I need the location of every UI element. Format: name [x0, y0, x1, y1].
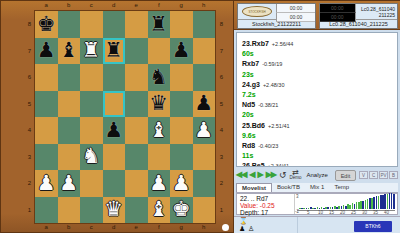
- square-g7[interactable]: ♟: [170, 38, 193, 65]
- file-label-h: h: [193, 2, 216, 8]
- square-a5[interactable]: [35, 91, 58, 118]
- file-label-f: f: [148, 224, 171, 230]
- white-pawn-h4[interactable]: ♟: [194, 120, 213, 141]
- square-a8[interactable]: ♚: [35, 11, 58, 38]
- square-c8[interactable]: [80, 11, 103, 38]
- turn-indicator-area: ⌛ ♟ ♙: [238, 217, 298, 233]
- move-list[interactable]: 23.Rxb7+2.56/4460sRxb7-0.59/1923s24.g3+2…: [236, 32, 398, 167]
- square-b1[interactable]: [58, 197, 81, 224]
- square-e2[interactable]: [125, 170, 148, 197]
- evaluation-info-box: 22. .. Rd7 Value: -0.25 Depth: 17 3 -2 5…: [236, 193, 398, 215]
- black-king-a8[interactable]: ♚: [37, 14, 56, 35]
- lc0-clock-top: 00:00: [320, 4, 356, 13]
- demo-label: Demo: [289, 176, 301, 181]
- tab-mix-1[interactable]: Mix 1: [305, 183, 329, 192]
- square-e8[interactable]: [125, 11, 148, 38]
- eval-value-label: Value: -0.25: [240, 202, 294, 209]
- square-h5[interactable]: ♟: [193, 91, 216, 118]
- square-a4[interactable]: [35, 117, 58, 144]
- square-c6[interactable]: [80, 64, 103, 91]
- file-label-d: d: [103, 2, 126, 8]
- square-g1[interactable]: ♚: [170, 197, 193, 224]
- file-label-g: g: [170, 224, 193, 230]
- forward-button[interactable]: ▶: [257, 169, 262, 181]
- white-pawn-f2[interactable]: ♟: [149, 173, 168, 194]
- time-entry: 7.2s: [242, 87, 397, 97]
- board-resize-handle[interactable]: [222, 224, 229, 231]
- rank-label-2: 2: [217, 170, 226, 197]
- time-entry: 9.6s: [242, 128, 397, 138]
- square-e3[interactable]: [125, 144, 148, 171]
- skip-to-end-button[interactable]: ▶▶: [266, 169, 276, 181]
- file-label-b: b: [58, 2, 81, 8]
- move-entry[interactable]: 23.Rxb7+2.56/44: [242, 36, 397, 46]
- square-c3[interactable]: ♞: [80, 144, 103, 171]
- square-g6[interactable]: [170, 64, 193, 91]
- square-a6[interactable]: [35, 64, 58, 91]
- black-knight-f6[interactable]: ♞: [149, 67, 168, 88]
- square-b4[interactable]: [58, 117, 81, 144]
- rank-label-5: 5: [25, 91, 34, 118]
- square-b5[interactable]: [58, 91, 81, 118]
- white-pawn-b2[interactable]: ♟: [59, 173, 78, 194]
- tab-movelist[interactable]: Movelist: [236, 183, 272, 192]
- stockfish-clock-top: 00:00: [276, 4, 315, 13]
- rank-label-3: 3: [217, 144, 226, 171]
- rank-label-3: 3: [25, 144, 34, 171]
- move-text[interactable]: 26.Be5: [242, 162, 265, 167]
- square-d8[interactable]: [103, 11, 126, 38]
- square-h6[interactable]: [193, 64, 216, 91]
- move-entry[interactable]: Nd5-0.38/21: [242, 97, 397, 107]
- file-label-a: a: [35, 2, 58, 8]
- rank-label-2: 2: [25, 170, 34, 197]
- x-tick-10: 10: [318, 210, 323, 215]
- time-entry: 23s: [242, 67, 397, 77]
- square-h3[interactable]: [193, 144, 216, 171]
- square-a7[interactable]: ♟: [35, 38, 58, 65]
- file-label-f: f: [148, 2, 171, 8]
- square-g2[interactable]: ♟: [170, 170, 193, 197]
- engine-plate-stockfish: STOCKFISH 00:00 00:00 Stockfish_21122211: [237, 3, 316, 29]
- square-d6[interactable]: [103, 64, 126, 91]
- x-tick-40: 40: [384, 210, 389, 215]
- square-h4[interactable]: ♟: [193, 117, 216, 144]
- mini-button-b[interactable]: B: [389, 171, 398, 179]
- square-b8[interactable]: [58, 11, 81, 38]
- chess-gui-window: abcdefgh abcdefgh 87654321 87654321 ♚♜♟♝…: [0, 0, 400, 233]
- square-f8[interactable]: ♜: [148, 11, 171, 38]
- navigation-toolbar: ◀◀ ◀ ▶ ▶▶ ↺ ⇄ Demo Analyze Edit VCPVB: [236, 168, 398, 182]
- square-d5[interactable]: [103, 91, 126, 118]
- move-entry[interactable]: 26.Be5+2.34/41: [242, 158, 397, 167]
- white-pawn-icon: ♙: [248, 225, 254, 233]
- black-rook-d7[interactable]: ♜: [104, 40, 123, 61]
- white-bishop-f1[interactable]: ♝: [149, 199, 168, 220]
- edit-button[interactable]: Edit: [335, 170, 356, 181]
- square-d3[interactable]: [103, 144, 126, 171]
- square-d4[interactable]: ♟: [103, 117, 126, 144]
- square-e6[interactable]: [125, 64, 148, 91]
- analysis-panel: STOCKFISH 00:00 00:00 Stockfish_21122211…: [234, 0, 400, 233]
- square-b3[interactable]: [58, 144, 81, 171]
- rotate-icon[interactable]: ↺: [279, 169, 287, 181]
- black-pawn-h5[interactable]: ♟: [194, 93, 213, 114]
- white-pawn-g2[interactable]: ♟: [172, 173, 191, 194]
- move-entry[interactable]: 25.Bd6+2.51/41: [242, 118, 397, 128]
- rank-label-7: 7: [25, 38, 34, 65]
- status-footer: ⌛ ♟ ♙ BTKh6: [234, 216, 400, 233]
- file-label-e: e: [125, 224, 148, 230]
- square-b7[interactable]: ♝: [58, 38, 81, 65]
- rank-labels-left: 87654321: [25, 11, 34, 223]
- square-h7[interactable]: [193, 38, 216, 65]
- square-g8[interactable]: [170, 11, 193, 38]
- rank-label-6: 6: [25, 64, 34, 91]
- square-c4[interactable]: [80, 117, 103, 144]
- x-tick-20: 20: [340, 210, 345, 215]
- square-a3[interactable]: [35, 144, 58, 171]
- rank-label-6: 6: [217, 64, 226, 91]
- square-f6[interactable]: ♞: [148, 64, 171, 91]
- rank-label-1: 1: [217, 197, 226, 224]
- file-label-c: c: [80, 2, 103, 8]
- black-pawn-d4[interactable]: ♟: [104, 120, 123, 141]
- graph-bars: [299, 193, 395, 209]
- rank-label-4: 4: [217, 117, 226, 144]
- white-knight-c3[interactable]: ♞: [82, 146, 101, 167]
- eval-text: -0.40/23: [258, 143, 278, 149]
- square-a2[interactable]: ♟: [35, 170, 58, 197]
- black-rook-f8[interactable]: ♜: [149, 14, 168, 35]
- chess-board[interactable]: ♚♜♟♝♜♜♟♞♛♟♟♝♟♞♟♟♟♟♛♝♚: [35, 11, 215, 223]
- engine-nameplates-strip: STOCKFISH 00:00 00:00 Stockfish_21122211…: [234, 0, 400, 30]
- square-b2[interactable]: ♟: [58, 170, 81, 197]
- square-e5[interactable]: [125, 91, 148, 118]
- file-labels-top: abcdefgh: [35, 2, 215, 8]
- time-entry: 20s: [242, 107, 397, 117]
- chess-board-frame: abcdefgh abcdefgh 87654321 87654321 ♚♜♟♝…: [0, 0, 234, 233]
- eval-bar: [393, 194, 395, 209]
- lc0-name-line2: 211225: [356, 12, 395, 18]
- square-a1[interactable]: [35, 197, 58, 224]
- current-move-label: 22. .. Rd7: [240, 195, 294, 202]
- file-label-a: a: [35, 224, 58, 230]
- eval-text: +2.48/30: [263, 82, 285, 88]
- square-d1[interactable]: ♛: [103, 197, 126, 224]
- rank-label-7: 7: [217, 38, 226, 65]
- time-entry: 11s: [242, 148, 397, 158]
- rank-label-1: 1: [25, 197, 34, 224]
- demo-button[interactable]: ⇄ Demo: [289, 169, 301, 181]
- move-entry[interactable]: 24.g3+2.48/30: [242, 77, 397, 87]
- current-move-info: 22. .. Rd7 Value: -0.25 Depth: 17: [237, 194, 295, 214]
- time-entry: 60s: [242, 46, 397, 56]
- mini-button-pv[interactable]: PV: [379, 171, 388, 179]
- eval-text: -0.59/19: [262, 61, 282, 67]
- square-e1[interactable]: [125, 197, 148, 224]
- engine-status-button[interactable]: BTKh6: [354, 221, 392, 232]
- square-d7[interactable]: ♜: [103, 38, 126, 65]
- stockfish-logo-icon: STOCKFISH: [242, 6, 272, 17]
- square-f1[interactable]: ♝: [148, 197, 171, 224]
- file-label-b: b: [58, 224, 81, 230]
- square-g3[interactable]: [170, 144, 193, 171]
- mini-button-c[interactable]: C: [369, 171, 378, 179]
- square-f5[interactable]: ♛: [148, 91, 171, 118]
- eval-text: -0.38/21: [258, 102, 278, 108]
- mini-button-group: VCPVB: [359, 171, 398, 179]
- eval-text: +2.51/41: [268, 123, 290, 129]
- white-pawn-a2[interactable]: ♟: [37, 173, 56, 194]
- square-c7[interactable]: ♜: [80, 38, 103, 65]
- engine-plate-lc0: 00:00 00:00 Lc0.28_611040 211225 Lc0.28_…: [319, 3, 398, 29]
- black-pawn-a7[interactable]: ♟: [37, 40, 56, 61]
- file-label-d: d: [103, 224, 126, 230]
- x-tick-30: 30: [362, 210, 367, 215]
- search-depth-label: Depth: 17: [240, 209, 294, 216]
- square-b6[interactable]: [58, 64, 81, 91]
- eval-text: +2.34/41: [268, 163, 290, 167]
- square-f3[interactable]: [148, 144, 171, 171]
- square-f2[interactable]: ♟: [148, 170, 171, 197]
- square-d2[interactable]: [103, 170, 126, 197]
- panel-tabs: MovelistBook/TBMix 1Temp: [236, 183, 398, 193]
- hourglass-icon: ⌛: [239, 217, 248, 225]
- mini-button-v[interactable]: V: [359, 171, 368, 179]
- white-king-g1[interactable]: ♚: [172, 199, 191, 220]
- square-c5[interactable]: [80, 91, 103, 118]
- black-bishop-b7[interactable]: ♝: [59, 40, 78, 61]
- square-g4[interactable]: [170, 117, 193, 144]
- rank-label-4: 4: [25, 117, 34, 144]
- x-tick-25: 25: [351, 210, 356, 215]
- square-h8[interactable]: [193, 11, 216, 38]
- square-f4[interactable]: ♝: [148, 117, 171, 144]
- move-entry[interactable]: Rxb7-0.59/19: [242, 56, 397, 66]
- file-label-e: e: [125, 2, 148, 8]
- x-tick-35: 35: [373, 210, 378, 215]
- square-g5[interactable]: [170, 91, 193, 118]
- tab-temp[interactable]: Temp: [329, 183, 354, 192]
- skip-to-start-button[interactable]: ◀◀: [236, 169, 246, 181]
- eval-text: +2.56/44: [272, 41, 294, 47]
- square-e7[interactable]: [125, 38, 148, 65]
- white-bishop-f4[interactable]: ♝: [149, 120, 168, 141]
- x-tick-5: 5: [307, 210, 310, 215]
- white-queen-d1[interactable]: ♛: [104, 199, 123, 220]
- white-rook-c7[interactable]: ♜: [82, 40, 101, 61]
- back-button[interactable]: ◀: [249, 169, 254, 181]
- analyze-button[interactable]: Analyze: [307, 172, 328, 178]
- file-label-h: h: [193, 224, 216, 230]
- square-h2[interactable]: [193, 170, 216, 197]
- move-entry[interactable]: Rd8-0.40/23: [242, 138, 397, 148]
- rank-labels-right: 87654321: [217, 11, 226, 223]
- square-e4[interactable]: [125, 117, 148, 144]
- black-queen-f5[interactable]: ♛: [149, 93, 168, 114]
- square-c2[interactable]: [80, 170, 103, 197]
- rank-label-8: 8: [25, 11, 34, 38]
- rank-label-8: 8: [217, 11, 226, 38]
- square-f7[interactable]: [148, 38, 171, 65]
- file-labels-bottom: abcdefgh: [35, 224, 215, 230]
- lc0-engine-name: Lc0.28_611040_211225: [320, 20, 397, 29]
- black-pawn-icon: ♟: [239, 225, 245, 233]
- rank-label-5: 5: [217, 91, 226, 118]
- file-label-c: c: [80, 224, 103, 230]
- square-c1[interactable]: [80, 197, 103, 224]
- file-label-g: g: [170, 2, 193, 8]
- eval-progress-graph: 3 -2 510152025303540: [295, 194, 397, 214]
- square-h1[interactable]: [193, 197, 216, 224]
- tab-book-tb[interactable]: Book/TB: [272, 183, 305, 192]
- black-pawn-g7[interactable]: ♟: [172, 40, 191, 61]
- x-tick-15: 15: [329, 210, 334, 215]
